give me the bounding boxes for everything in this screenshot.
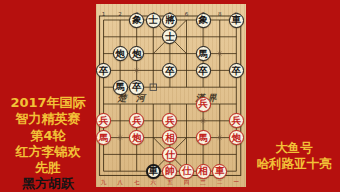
piece-black-r4c2: 卒 xyxy=(129,80,144,95)
piece-black-r3c6: 卒 xyxy=(196,63,211,78)
piece-red-r5c6: 兵 xyxy=(196,97,211,112)
piece-black-r2c2: 炮 xyxy=(129,46,144,61)
xiangqi-board: 楚河漢界123456789九八七六五四三二一 象士將象車士炮炮馬卒卒卒卒馬卒兵兵… xyxy=(96,4,246,187)
caption-line-channel: 大鱼号 xyxy=(248,140,340,156)
piece-black-r0c3: 士 xyxy=(146,13,161,28)
piece-black-r3c8: 卒 xyxy=(229,63,244,78)
piece-red-r7c6: 馬 xyxy=(196,130,211,145)
caption-line-round: 第4轮 xyxy=(0,128,96,144)
piece-black-r0c8: 車 xyxy=(229,13,244,28)
piece-black-r0c2: 象 xyxy=(129,13,144,28)
piece-red-r7c0: 馬 xyxy=(96,130,111,145)
caption-line-channel-name: 哈利路亚十亮 xyxy=(248,156,340,172)
piece-red-r7c2: 炮 xyxy=(129,130,144,145)
caption-line-result: 先胜 xyxy=(0,160,96,176)
piece-black-r0c4: 將 xyxy=(162,13,177,28)
piece-black-r9c3: 車 xyxy=(146,164,161,179)
piece-red-r9c6: 相 xyxy=(196,164,211,179)
caption-line-black-player: 黑方胡跃 xyxy=(0,176,96,192)
event-caption: 2017年国际 智力精英赛 第4轮 红方李锦欢 先胜 黑方胡跃 xyxy=(0,95,96,192)
piece-red-r8c4: 仕 xyxy=(162,147,177,162)
piece-black-r4c1: 馬 xyxy=(113,80,128,95)
pieces-layer: 象士將象車士炮炮馬卒卒卒卒馬卒兵兵兵兵兵馬炮相馬炮仕車帥仕相車 xyxy=(96,4,246,187)
piece-black-r1c4: 士 xyxy=(162,29,177,44)
piece-red-r6c8: 兵 xyxy=(229,113,244,128)
piece-black-r2c1: 炮 xyxy=(113,46,128,61)
channel-caption: 大鱼号 哈利路亚十亮 xyxy=(248,140,340,172)
piece-red-r9c4: 帥 xyxy=(162,164,177,179)
caption-line-red-player: 红方李锦欢 xyxy=(0,144,96,160)
piece-black-r3c0: 卒 xyxy=(96,63,111,78)
piece-red-r7c8: 炮 xyxy=(229,130,244,145)
piece-red-r9c7: 車 xyxy=(212,164,227,179)
piece-red-r7c4: 相 xyxy=(162,130,177,145)
caption-line-event-name: 智力精英赛 xyxy=(0,111,96,127)
piece-black-r3c4: 卒 xyxy=(162,63,177,78)
piece-red-r6c0: 兵 xyxy=(96,113,111,128)
piece-black-r2c6: 馬 xyxy=(196,46,211,61)
piece-black-r0c6: 象 xyxy=(196,13,211,28)
piece-red-r6c4: 兵 xyxy=(162,113,177,128)
caption-line-event-year: 2017年国际 xyxy=(0,95,96,111)
piece-red-r6c2: 兵 xyxy=(129,113,144,128)
piece-red-r9c5: 仕 xyxy=(179,164,194,179)
